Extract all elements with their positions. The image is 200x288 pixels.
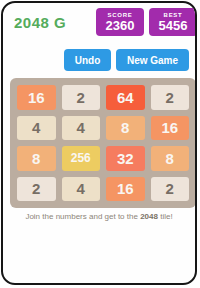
tile-r2c3-8: 8	[106, 116, 145, 141]
goal-text-highlight: 2048	[140, 212, 158, 221]
tile-r1c4-2: 2	[151, 85, 190, 110]
board[interactable]: 16264244816825632824162	[10, 78, 196, 208]
score-value: 2360	[96, 19, 144, 33]
tile-r4c2-4: 4	[62, 177, 101, 202]
tile-r1c3-64: 64	[106, 85, 145, 110]
tile-r2c4-16: 16	[151, 116, 190, 141]
score-box: SCORE 2360	[96, 8, 144, 36]
goal-text: Join the numbers and get to the 2048 til…	[3, 212, 195, 221]
tile-r3c3-32: 32	[106, 146, 145, 171]
new-game-button[interactable]: New Game	[116, 49, 189, 71]
tile-r2c1-4: 4	[17, 116, 56, 141]
tile-r4c3-16: 16	[106, 177, 145, 202]
tile-r4c1-2: 2	[17, 177, 56, 202]
goal-text-before: Join the numbers and get to the	[25, 212, 140, 221]
goal-text-after: tile!	[158, 212, 173, 221]
undo-button[interactable]: Undo	[64, 49, 111, 71]
tile-r1c2-2: 2	[62, 85, 101, 110]
tile-r1c1-16: 16	[17, 85, 56, 110]
app-title: 2048 G	[14, 14, 66, 31]
best-box: BEST 5456	[149, 8, 197, 36]
tile-r3c4-8: 8	[151, 146, 190, 171]
tile-r3c1-8: 8	[17, 146, 56, 171]
best-value: 5456	[149, 19, 197, 33]
tile-r4c4-2: 2	[151, 177, 190, 202]
tile-r2c2-4: 4	[62, 116, 101, 141]
tile-r3c2-256: 256	[62, 146, 101, 171]
app-frame: 2048 G SCORE 2360 BEST 5456 Undo New Gam…	[1, 1, 197, 285]
